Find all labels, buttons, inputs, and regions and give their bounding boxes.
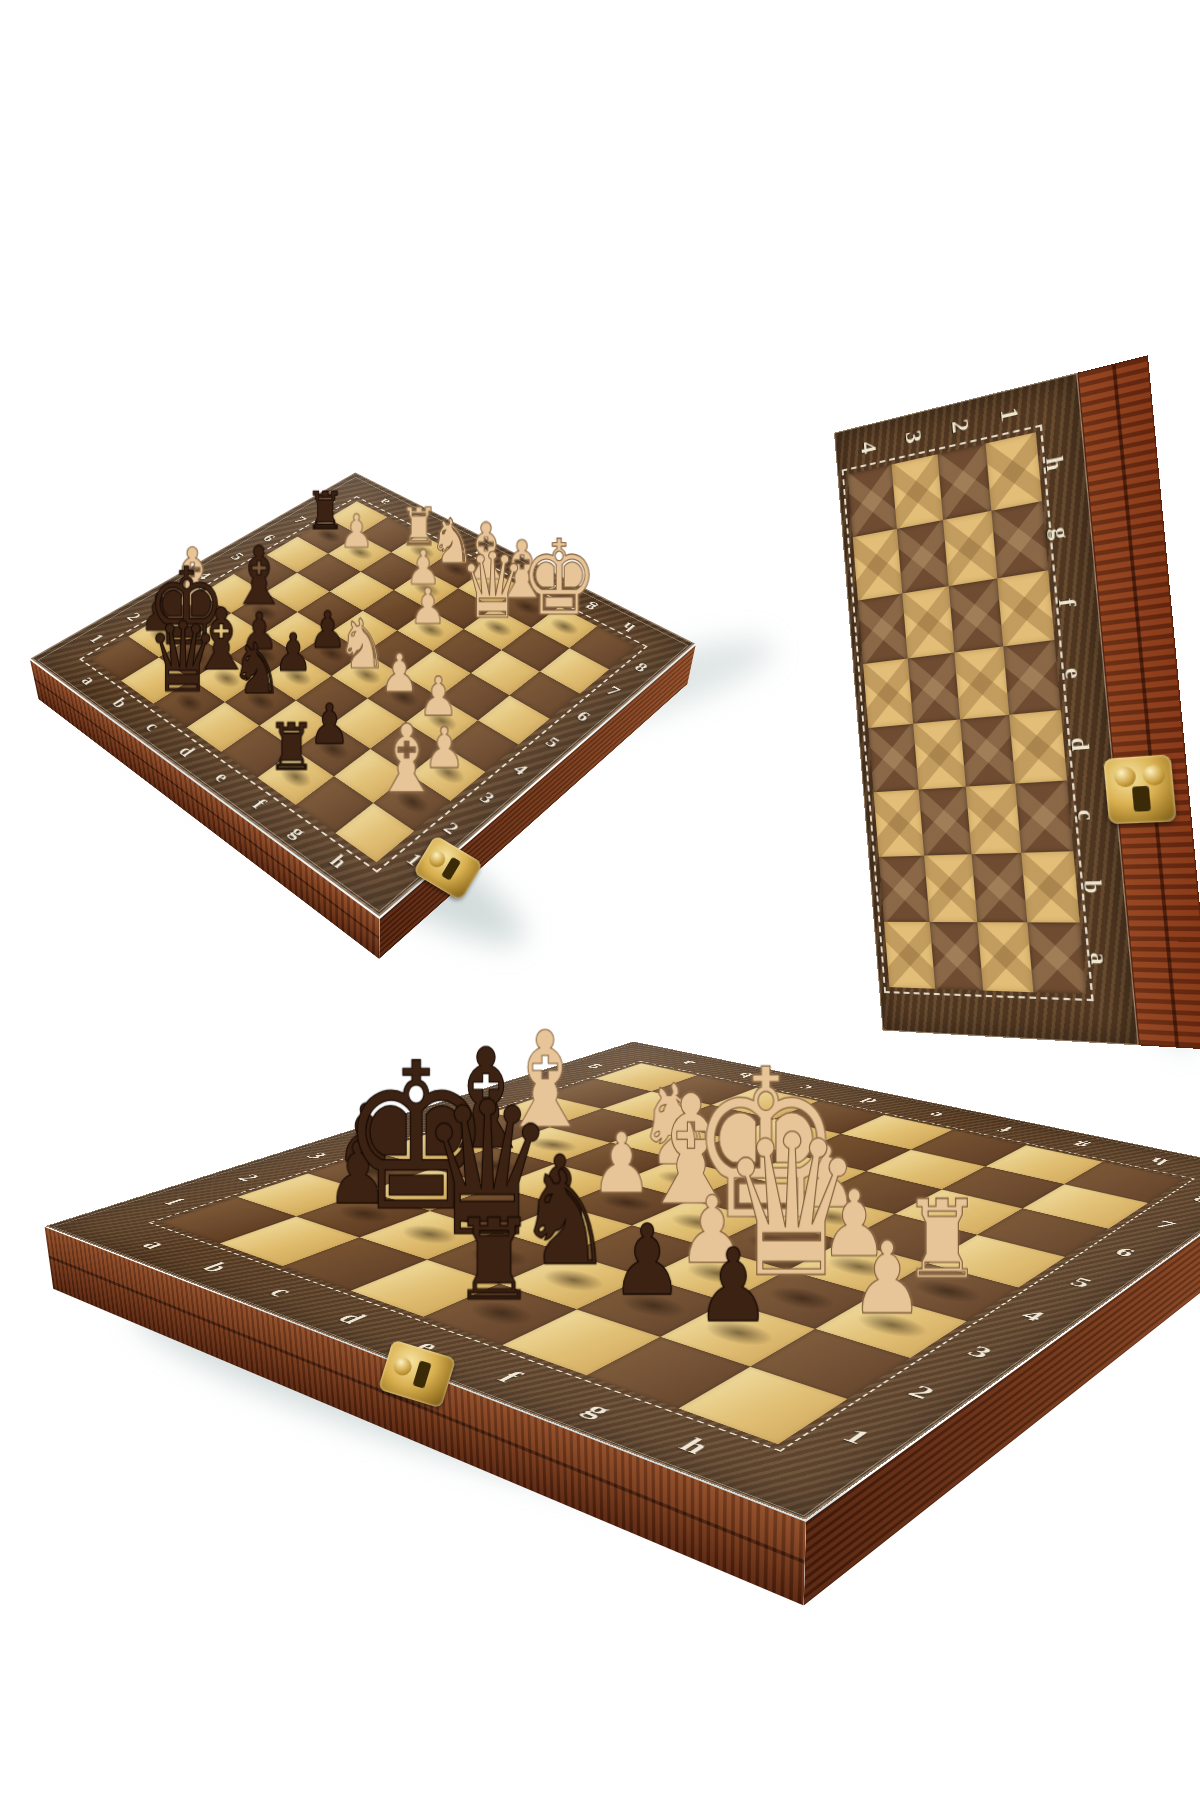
piece-black-pawn: ♟: [611, 1211, 683, 1308]
box-square-r1c4: [986, 432, 1043, 511]
box-square-r7c2: [924, 854, 977, 922]
box-square-r3c4: [997, 570, 1054, 646]
file-label: c: [140, 719, 164, 735]
rank-label: 1: [157, 1195, 195, 1207]
piece-black-rook: ♜: [268, 716, 316, 780]
box-square-r4c2: [908, 653, 960, 724]
file-label: a: [135, 1237, 176, 1251]
file-label: f: [994, 1125, 1016, 1134]
box-square-r2c1: [853, 529, 903, 601]
box-square-r7c3: [972, 853, 1028, 923]
rank-label: 6: [1110, 1245, 1141, 1260]
file-label: d: [330, 1309, 374, 1327]
box-square-r5c3: [960, 715, 1015, 787]
rank-label: 2: [902, 1381, 942, 1402]
rank-label: 6: [572, 708, 594, 724]
box-square-r2c2: [897, 520, 949, 593]
file-label: f: [490, 1367, 530, 1386]
box-square-r3c2: [902, 586, 954, 658]
rank-label: 3: [475, 789, 499, 808]
chess-board-top-left: 88aa77bb66cc55dd44ee33ff22gg11hh♜♞♝♝♚♜♟♟…: [31, 472, 695, 916]
box-brass-clasp-icon: [1103, 754, 1177, 824]
box-square-r7c4: [1021, 851, 1079, 922]
box-square-r5c4: [1009, 710, 1067, 784]
rank-label: 5: [1065, 1274, 1098, 1290]
box-square-r3c1: [858, 593, 908, 664]
file-label: g: [576, 1399, 621, 1421]
piece-white-pawn: ♟: [410, 582, 447, 632]
box-square-r6c1: [874, 790, 925, 857]
file-label: g: [285, 822, 311, 842]
box-square-r4c3: [954, 646, 1009, 719]
file-label: e: [210, 768, 235, 785]
file-label: h: [618, 620, 639, 634]
box-square-r2c3: [943, 511, 997, 586]
file-label: a: [375, 496, 394, 507]
box-square-r6c4: [1015, 780, 1073, 852]
piece-white-queen: ♛: [459, 542, 526, 632]
box-number-label: 4: [855, 439, 881, 457]
rank-label: 7: [602, 684, 623, 700]
rank-label: 7: [1151, 1218, 1180, 1231]
box-letter-label: e: [1058, 666, 1088, 680]
box-letter-label: g: [1046, 524, 1076, 541]
rank-label: 8: [631, 660, 652, 675]
piece-white-bishop: ♝: [372, 712, 442, 807]
file-label: c: [262, 1284, 303, 1300]
box-letter-label: a: [1084, 952, 1115, 965]
box-square-r4c1: [863, 658, 913, 728]
piece-white-pawn: ♟: [850, 1228, 924, 1328]
box-square-r5c1: [868, 724, 918, 792]
box-letter-label: h: [1039, 454, 1069, 473]
box-letter-label: d: [1064, 736, 1095, 752]
piece-black-rook: ♜: [306, 486, 344, 538]
file-label: a: [76, 673, 100, 688]
box-number-label: 2: [945, 417, 974, 436]
rank-label: 8: [1189, 1193, 1200, 1205]
box-square-r1c1: [848, 465, 897, 538]
box-number-label: 3: [899, 428, 926, 446]
file-label: f: [247, 795, 270, 812]
box-square-r7c1: [879, 856, 930, 922]
chess-board-bottom: 88aa77bb66cc55dd44ee33ff22gg11hh♝♞♟♝♟♝♚♟…: [45, 1042, 1200, 1520]
rank-label: 1: [836, 1425, 879, 1449]
rank-label: 4: [509, 761, 532, 779]
piece-white-pawn: ♟: [381, 647, 420, 700]
box-number-label: 1: [993, 405, 1023, 424]
file-label: e: [922, 1110, 947, 1119]
rank-label: 5: [541, 734, 564, 751]
piece-black-pawn: ♟: [695, 1235, 770, 1336]
file-label: h: [325, 851, 352, 872]
rank-label: 1: [85, 631, 108, 645]
box-letter-label: b: [1077, 880, 1108, 894]
box-square-r2c4: [991, 501, 1048, 578]
piece-white-pawn: ♟: [340, 509, 374, 555]
box-square-r6c3: [966, 784, 1021, 855]
box-square-r8c3: [977, 922, 1033, 992]
file-label: h: [1144, 1156, 1172, 1167]
square-a1: [160, 1197, 296, 1244]
rank-label: 4: [1016, 1307, 1051, 1324]
box-square-r1c3: [937, 444, 991, 520]
piece-black-pawn: ♟: [309, 697, 350, 752]
file-label: b: [107, 695, 132, 711]
box-square-r8c4: [1027, 922, 1086, 994]
file-label: d: [174, 742, 200, 760]
product-photo-stage: 4321hgfedcba 88aa77bb66cc55dd44ee33ff22g…: [0, 0, 1200, 1800]
rank-label: 3: [962, 1342, 999, 1361]
file-label: g: [1066, 1140, 1092, 1150]
piece-white-king: ♚: [520, 527, 597, 631]
box-letter-label: c: [1071, 809, 1102, 821]
box-square-r1c2: [892, 454, 944, 529]
rank-label: 2: [439, 818, 464, 838]
file-label: h: [671, 1433, 719, 1458]
box-square-r8c1: [884, 922, 935, 989]
folded-chess-box: 4321hgfedcba: [834, 355, 1200, 1049]
piece-black-rook: ♜: [452, 1204, 535, 1316]
box-square-r3c3: [949, 578, 1004, 652]
box-square-r8c2: [930, 922, 984, 990]
box-square-r4c4: [1003, 640, 1060, 715]
box-square-r6c2: [919, 787, 972, 856]
rank-label: 2: [231, 1172, 267, 1183]
file-label: b: [195, 1259, 238, 1275]
box-letter-label: f: [1052, 597, 1082, 609]
box-square-r5c2: [913, 719, 966, 789]
piece-black-knight: ♞: [230, 634, 282, 704]
piece-black-queen: ♛: [147, 610, 219, 707]
